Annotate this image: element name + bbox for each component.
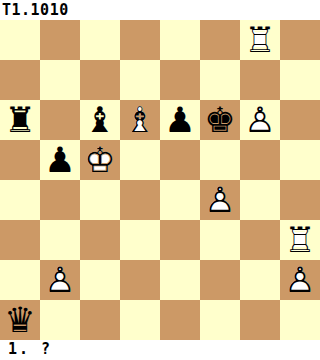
black-rook: ♜ <box>0 100 40 140</box>
square-g4 <box>240 180 280 220</box>
piece-outline: ♗ <box>120 100 160 140</box>
square-g6: ♟♙ <box>240 100 280 140</box>
chess-board: ♜♖♜♝♝♗♟♚♟♙♟♚♔♟♙♜♖♟♙♟♙♛ <box>0 20 320 340</box>
piece-glyph: ♝ <box>80 100 120 140</box>
square-f3 <box>200 220 240 260</box>
square-a6: ♜ <box>0 100 40 140</box>
puzzle-title: T1.1010 <box>0 0 320 20</box>
square-h6 <box>280 100 320 140</box>
square-d1 <box>120 300 160 340</box>
square-a1: ♛ <box>0 300 40 340</box>
piece-glyph: ♟ <box>160 100 200 140</box>
square-h2: ♟♙ <box>280 260 320 300</box>
piece-outline: ♖ <box>280 220 320 260</box>
move-prompt: 1. ? <box>0 340 320 360</box>
piece-outline: ♔ <box>80 140 120 180</box>
square-c5: ♚♔ <box>80 140 120 180</box>
black-queen: ♛ <box>0 300 40 340</box>
square-c8 <box>80 20 120 60</box>
square-c2 <box>80 260 120 300</box>
square-d7 <box>120 60 160 100</box>
square-d2 <box>120 260 160 300</box>
white-pawn: ♟♙ <box>240 100 280 140</box>
square-d3 <box>120 220 160 260</box>
square-e6: ♟ <box>160 100 200 140</box>
square-c4 <box>80 180 120 220</box>
square-f2 <box>200 260 240 300</box>
square-a8 <box>0 20 40 60</box>
square-g1 <box>240 300 280 340</box>
white-pawn: ♟♙ <box>280 260 320 300</box>
piece-glyph: ♛ <box>0 300 40 340</box>
square-d4 <box>120 180 160 220</box>
square-b4 <box>40 180 80 220</box>
square-e1 <box>160 300 200 340</box>
square-a5 <box>0 140 40 180</box>
square-b7 <box>40 60 80 100</box>
square-e3 <box>160 220 200 260</box>
square-g8: ♜♖ <box>240 20 280 60</box>
square-h1 <box>280 300 320 340</box>
square-a3 <box>0 220 40 260</box>
white-rook: ♜♖ <box>240 20 280 60</box>
square-d6: ♝♗ <box>120 100 160 140</box>
piece-outline: ♙ <box>240 100 280 140</box>
square-e5 <box>160 140 200 180</box>
square-c7 <box>80 60 120 100</box>
square-d8 <box>120 20 160 60</box>
square-e4 <box>160 180 200 220</box>
square-c6: ♝ <box>80 100 120 140</box>
square-f7 <box>200 60 240 100</box>
square-a2 <box>0 260 40 300</box>
square-e7 <box>160 60 200 100</box>
piece-outline: ♙ <box>280 260 320 300</box>
black-bishop: ♝ <box>80 100 120 140</box>
square-d5 <box>120 140 160 180</box>
piece-outline: ♙ <box>200 180 240 220</box>
black-king: ♚ <box>200 100 240 140</box>
square-b5: ♟ <box>40 140 80 180</box>
square-f1 <box>200 300 240 340</box>
piece-glyph: ♟ <box>40 140 80 180</box>
square-f6: ♚ <box>200 100 240 140</box>
square-b2: ♟♙ <box>40 260 80 300</box>
square-h7 <box>280 60 320 100</box>
chess-puzzle-diagram: T1.1010 ♜♖♜♝♝♗♟♚♟♙♟♚♔♟♙♜♖♟♙♟♙♛ 1. ? <box>0 0 320 360</box>
square-f5 <box>200 140 240 180</box>
black-pawn: ♟ <box>160 100 200 140</box>
square-h8 <box>280 20 320 60</box>
piece-outline: ♖ <box>240 20 280 60</box>
square-h4 <box>280 180 320 220</box>
square-h5 <box>280 140 320 180</box>
square-a7 <box>0 60 40 100</box>
piece-glyph: ♜ <box>0 100 40 140</box>
piece-outline: ♙ <box>40 260 80 300</box>
square-g3 <box>240 220 280 260</box>
square-g5 <box>240 140 280 180</box>
white-rook: ♜♖ <box>280 220 320 260</box>
square-g7 <box>240 60 280 100</box>
white-king: ♚♔ <box>80 140 120 180</box>
white-bishop: ♝♗ <box>120 100 160 140</box>
square-b8 <box>40 20 80 60</box>
white-pawn: ♟♙ <box>40 260 80 300</box>
square-e2 <box>160 260 200 300</box>
square-f8 <box>200 20 240 60</box>
square-b6 <box>40 100 80 140</box>
square-e8 <box>160 20 200 60</box>
square-h3: ♜♖ <box>280 220 320 260</box>
piece-glyph: ♚ <box>200 100 240 140</box>
square-f4: ♟♙ <box>200 180 240 220</box>
square-b1 <box>40 300 80 340</box>
square-a4 <box>0 180 40 220</box>
square-b3 <box>40 220 80 260</box>
square-c3 <box>80 220 120 260</box>
white-pawn: ♟♙ <box>200 180 240 220</box>
black-pawn: ♟ <box>40 140 80 180</box>
square-g2 <box>240 260 280 300</box>
square-c1 <box>80 300 120 340</box>
